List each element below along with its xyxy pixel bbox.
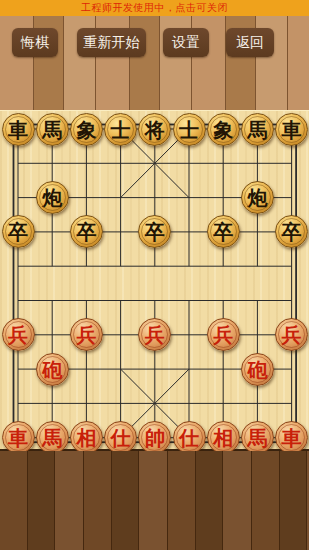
piece-red-仕-f5r9[interactable]: 仕 <box>173 421 206 454</box>
piece-black-卒-f0r3[interactable]: 卒 <box>2 215 35 248</box>
piece-black-卒-f6r3[interactable]: 卒 <box>207 215 240 248</box>
board-grid <box>0 111 309 452</box>
piece-red-砲-f1r7[interactable]: 砲 <box>36 353 69 386</box>
piece-red-相-f6r9[interactable]: 相 <box>207 421 240 454</box>
piece-black-将-f4r0[interactable]: 将 <box>138 113 171 146</box>
piece-red-馬-f7r9[interactable]: 馬 <box>241 421 274 454</box>
piece-black-炮-f7r2[interactable]: 炮 <box>241 181 274 214</box>
piece-black-車-f0r0[interactable]: 車 <box>2 113 35 146</box>
back-button[interactable]: 返回 <box>226 28 274 57</box>
piece-black-象-f2r0[interactable]: 象 <box>70 113 103 146</box>
piece-red-馬-f1r9[interactable]: 馬 <box>36 421 69 454</box>
piece-red-兵-f6r6[interactable]: 兵 <box>207 318 240 351</box>
piece-black-士-f5r0[interactable]: 士 <box>173 113 206 146</box>
toolbar: 悔棋 重新开始 设置 返回 <box>0 16 309 110</box>
bottom-wood-panel <box>0 451 309 550</box>
piece-red-相-f2r9[interactable]: 相 <box>70 421 103 454</box>
piece-red-兵-f0r6[interactable]: 兵 <box>2 318 35 351</box>
piece-black-車-f8r0[interactable]: 車 <box>275 113 308 146</box>
piece-red-砲-f7r7[interactable]: 砲 <box>241 353 274 386</box>
settings-button[interactable]: 设置 <box>163 28 209 57</box>
undo-button[interactable]: 悔棋 <box>12 28 58 57</box>
piece-black-炮-f1r2[interactable]: 炮 <box>36 181 69 214</box>
piece-black-士-f3r0[interactable]: 士 <box>104 113 137 146</box>
board[interactable]: 車馬象士将士象馬車炮炮卒卒卒卒卒兵兵兵兵兵砲砲車馬相仕帥仕相馬車 <box>0 110 309 451</box>
piece-black-象-f6r0[interactable]: 象 <box>207 113 240 146</box>
restart-button[interactable]: 重新开始 <box>77 28 146 57</box>
piece-black-馬-f7r0[interactable]: 馬 <box>241 113 274 146</box>
piece-red-兵-f2r6[interactable]: 兵 <box>70 318 103 351</box>
piece-black-馬-f1r0[interactable]: 馬 <box>36 113 69 146</box>
piece-red-車-f0r9[interactable]: 車 <box>2 421 35 454</box>
dev-notice-banner[interactable]: 工程师开发使用中，点击可关闭 <box>0 0 309 16</box>
